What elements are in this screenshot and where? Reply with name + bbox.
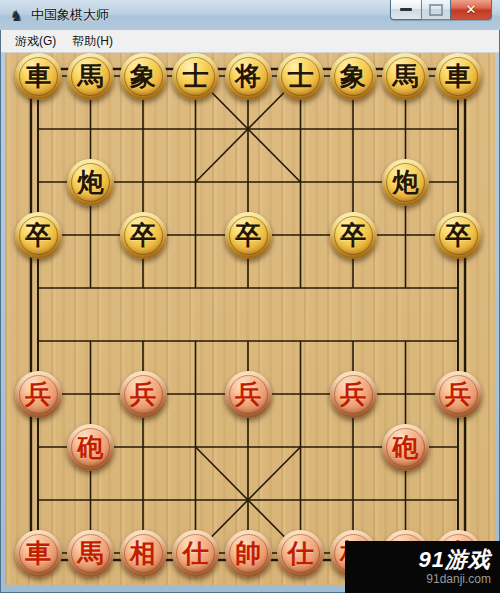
piece-label: 砲 bbox=[393, 434, 419, 460]
close-icon: ✕ bbox=[466, 3, 477, 16]
piece-black-elephant-f6r0[interactable]: 象 bbox=[330, 53, 377, 100]
piece-label: 卒 bbox=[130, 222, 156, 248]
window-title: 中国象棋大师 bbox=[31, 6, 109, 24]
watermark: 91游戏 91danji.com bbox=[345, 541, 500, 593]
piece-black-pawn-f6r3[interactable]: 卒 bbox=[330, 212, 377, 259]
piece-black-elephant-f2r0[interactable]: 象 bbox=[120, 53, 167, 100]
maximize-button[interactable] bbox=[421, 0, 450, 20]
piece-label: 兵 bbox=[340, 381, 366, 407]
piece-black-pawn-f2r3[interactable]: 卒 bbox=[120, 212, 167, 259]
piece-label: 将 bbox=[235, 63, 261, 89]
piece-black-cannon-f1r2[interactable]: 炮 bbox=[67, 159, 114, 206]
board[interactable]: 車馬象士将士象馬車炮炮卒卒卒卒卒兵兵兵兵兵砲砲車馬相仕帥仕相馬車 bbox=[5, 53, 495, 585]
piece-red-elephant-f2r9[interactable]: 相 bbox=[120, 530, 167, 577]
piece-label: 炮 bbox=[393, 169, 419, 195]
piece-label: 車 bbox=[25, 63, 51, 89]
piece-red-advisor-f5r9[interactable]: 仕 bbox=[277, 530, 324, 577]
piece-label: 象 bbox=[130, 63, 156, 89]
piece-black-advisor-f3r0[interactable]: 士 bbox=[172, 53, 219, 100]
piece-red-horse-f1r9[interactable]: 馬 bbox=[67, 530, 114, 577]
piece-red-cannon-f1r7[interactable]: 砲 bbox=[67, 424, 114, 471]
piece-black-pawn-f4r3[interactable]: 卒 bbox=[225, 212, 272, 259]
maximize-icon bbox=[429, 4, 443, 16]
title-bar: ♞ 中国象棋大师 ✕ bbox=[0, 0, 500, 30]
piece-black-rook-f0r0[interactable]: 車 bbox=[15, 53, 62, 100]
piece-red-pawn-f4r6[interactable]: 兵 bbox=[225, 371, 272, 418]
piece-black-pawn-f8r3[interactable]: 卒 bbox=[435, 212, 482, 259]
app-icon[interactable]: ♞ bbox=[8, 7, 25, 24]
piece-label: 仕 bbox=[183, 540, 209, 566]
piece-label: 砲 bbox=[78, 434, 104, 460]
piece-label: 馬 bbox=[393, 63, 419, 89]
piece-label: 士 bbox=[288, 63, 314, 89]
piece-label: 仕 bbox=[288, 540, 314, 566]
piece-label: 相 bbox=[130, 540, 156, 566]
piece-label: 卒 bbox=[25, 222, 51, 248]
minimize-icon bbox=[400, 8, 412, 11]
client-area: 車馬象士将士象馬車炮炮卒卒卒卒卒兵兵兵兵兵砲砲車馬相仕帥仕相馬車 bbox=[5, 53, 495, 585]
piece-label: 兵 bbox=[235, 381, 261, 407]
menu-help[interactable]: 帮助(H) bbox=[64, 30, 121, 53]
close-button[interactable]: ✕ bbox=[450, 0, 492, 20]
minimize-button[interactable] bbox=[390, 0, 421, 20]
piece-red-rook-f0r9[interactable]: 車 bbox=[15, 530, 62, 577]
piece-label: 車 bbox=[25, 540, 51, 566]
piece-black-horse-f1r0[interactable]: 馬 bbox=[67, 53, 114, 100]
piece-label: 兵 bbox=[130, 381, 156, 407]
piece-red-pawn-f0r6[interactable]: 兵 bbox=[15, 371, 62, 418]
caption-buttons: ✕ bbox=[390, 0, 492, 20]
piece-black-advisor-f5r0[interactable]: 士 bbox=[277, 53, 324, 100]
piece-label: 帥 bbox=[235, 540, 261, 566]
piece-black-pawn-f0r3[interactable]: 卒 bbox=[15, 212, 62, 259]
watermark-logo: 91游戏 bbox=[419, 548, 491, 572]
piece-black-general-f4r0[interactable]: 将 bbox=[225, 53, 272, 100]
piece-label: 兵 bbox=[25, 381, 51, 407]
piece-label: 卒 bbox=[235, 222, 261, 248]
piece-black-cannon-f7r2[interactable]: 炮 bbox=[382, 159, 429, 206]
piece-label: 象 bbox=[340, 63, 366, 89]
board-grid bbox=[5, 53, 495, 586]
piece-red-pawn-f8r6[interactable]: 兵 bbox=[435, 371, 482, 418]
piece-red-advisor-f3r9[interactable]: 仕 bbox=[172, 530, 219, 577]
piece-black-rook-f8r0[interactable]: 車 bbox=[435, 53, 482, 100]
piece-label: 士 bbox=[183, 63, 209, 89]
piece-label: 車 bbox=[445, 63, 471, 89]
app-window: ♞ 中国象棋大师 ✕ 游戏(G) 帮助(H) 車馬象士将士象馬車炮炮卒卒卒卒卒兵… bbox=[0, 0, 500, 593]
piece-label: 馬 bbox=[78, 540, 104, 566]
piece-red-pawn-f2r6[interactable]: 兵 bbox=[120, 371, 167, 418]
piece-label: 炮 bbox=[78, 169, 104, 195]
watermark-site: 91danji.com bbox=[426, 572, 491, 586]
piece-label: 馬 bbox=[78, 63, 104, 89]
menu-bar: 游戏(G) 帮助(H) bbox=[1, 30, 499, 53]
piece-label: 兵 bbox=[445, 381, 471, 407]
piece-black-horse-f7r0[interactable]: 馬 bbox=[382, 53, 429, 100]
piece-label: 卒 bbox=[340, 222, 366, 248]
menu-game[interactable]: 游戏(G) bbox=[7, 30, 64, 53]
piece-red-pawn-f6r6[interactable]: 兵 bbox=[330, 371, 377, 418]
piece-label: 卒 bbox=[445, 222, 471, 248]
piece-red-general-f4r9[interactable]: 帥 bbox=[225, 530, 272, 577]
piece-red-cannon-f7r7[interactable]: 砲 bbox=[382, 424, 429, 471]
